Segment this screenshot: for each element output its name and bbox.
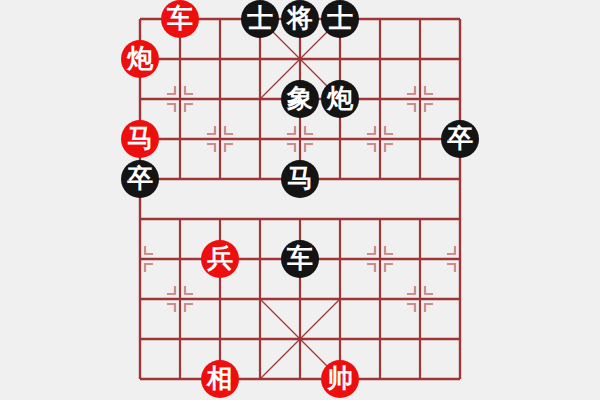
piece-red-elephant[interactable]: 相 (201, 360, 239, 398)
piece-red-soldier[interactable]: 兵 (201, 240, 239, 278)
piece-red-chariot[interactable]: 车 (161, 0, 199, 38)
piece-black-advisor-left[interactable]: 士 (241, 0, 279, 38)
xiangqi-board: 车士将士炮象炮马卒卒马兵车相帅 (0, 0, 600, 400)
piece-black-general[interactable]: 将 (281, 0, 319, 38)
piece-black-advisor-right[interactable]: 士 (321, 0, 359, 38)
piece-black-soldier-left[interactable]: 卒 (121, 160, 159, 198)
piece-black-chariot[interactable]: 车 (281, 240, 319, 278)
pieces-layer: 车士将士炮象炮马卒卒马兵车相帅 (120, 0, 480, 399)
piece-red-horse[interactable]: 马 (121, 120, 159, 158)
piece-black-elephant[interactable]: 象 (281, 80, 319, 118)
piece-black-soldier-right[interactable]: 卒 (441, 120, 479, 158)
piece-red-general[interactable]: 帅 (321, 360, 359, 398)
piece-black-horse[interactable]: 马 (281, 160, 319, 198)
piece-black-cannon[interactable]: 炮 (321, 80, 359, 118)
piece-red-cannon[interactable]: 炮 (121, 40, 159, 78)
